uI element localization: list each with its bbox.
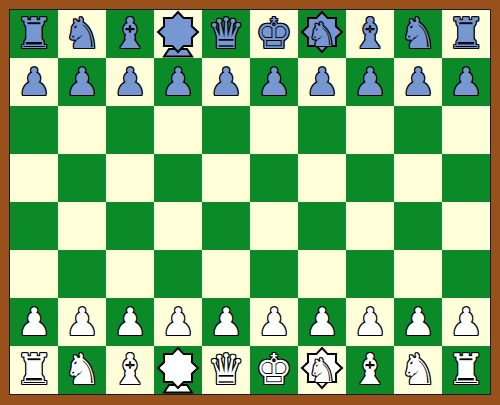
piece-white-pawn[interactable]: ♟ [202, 298, 250, 346]
piece-white-pawn[interactable]: ♟ [154, 298, 202, 346]
piece-white-star-rosette[interactable] [154, 346, 202, 394]
pawn-glyph: ♟ [353, 63, 387, 101]
piece-blue-rook[interactable]: ♜ [10, 10, 58, 58]
square-i1[interactable]: ♞ [394, 346, 442, 394]
square-e8[interactable]: ♛ [202, 10, 250, 58]
square-a7[interactable]: ♟ [10, 58, 58, 106]
chess-board: ♜♞♝♛♚♞♝♞♜♟♟♟♟♟♟♟♟♟♟♟♟♟♟♟♟♟♟♟♟♜♞♝♛♚♞♝♞♜ [10, 10, 490, 394]
rook-glyph: ♜ [15, 13, 53, 55]
square-a4[interactable] [10, 202, 58, 250]
pawn-glyph: ♟ [65, 63, 99, 101]
bishop-glyph: ♝ [111, 349, 149, 391]
square-h1[interactable]: ♝ [346, 346, 394, 394]
square-c7[interactable]: ♟ [106, 58, 154, 106]
square-b5[interactable] [58, 154, 106, 202]
square-d2[interactable]: ♟ [154, 298, 202, 346]
piece-white-pawn[interactable]: ♟ [298, 298, 346, 346]
square-f5[interactable] [250, 154, 298, 202]
square-g5[interactable] [298, 154, 346, 202]
piece-white-bishop[interactable]: ♝ [106, 346, 154, 394]
piece-white-pawn[interactable]: ♟ [10, 298, 58, 346]
piece-white-rook[interactable]: ♜ [442, 346, 490, 394]
piece-blue-pawn[interactable]: ♟ [10, 58, 58, 106]
pawn-glyph: ♟ [161, 303, 195, 341]
square-j7[interactable]: ♟ [442, 58, 490, 106]
knight-glyph: ♞ [399, 349, 437, 391]
piece-white-pawn[interactable]: ♟ [106, 298, 154, 346]
square-j5[interactable] [442, 154, 490, 202]
piece-white-knight[interactable]: ♞ [394, 346, 442, 394]
pawn-glyph: ♟ [305, 303, 339, 341]
square-a6[interactable] [10, 106, 58, 154]
square-h8[interactable]: ♝ [346, 10, 394, 58]
rook-glyph: ♜ [447, 349, 485, 391]
square-g1[interactable]: ♞ [298, 346, 346, 394]
square-f4[interactable] [250, 202, 298, 250]
rook-glyph: ♜ [447, 13, 485, 55]
square-j2[interactable]: ♟ [442, 298, 490, 346]
pawn-glyph: ♟ [449, 63, 483, 101]
pawn-glyph: ♟ [449, 303, 483, 341]
pawn-glyph: ♟ [209, 63, 243, 101]
square-e3[interactable] [202, 250, 250, 298]
square-h5[interactable] [346, 154, 394, 202]
square-j3[interactable] [442, 250, 490, 298]
square-i2[interactable]: ♟ [394, 298, 442, 346]
bishop-glyph: ♝ [351, 349, 389, 391]
queen-glyph: ♛ [207, 349, 245, 391]
square-h4[interactable] [346, 202, 394, 250]
square-c5[interactable] [106, 154, 154, 202]
knight-overlay-glyph: ♞ [298, 10, 346, 58]
pawn-glyph: ♟ [113, 63, 147, 101]
square-f6[interactable] [250, 106, 298, 154]
piece-white-pawn[interactable]: ♟ [442, 298, 490, 346]
square-f8[interactable]: ♚ [250, 10, 298, 58]
square-a8[interactable]: ♜ [10, 10, 58, 58]
pawn-glyph: ♟ [17, 63, 51, 101]
piece-blue-bishop[interactable]: ♝ [106, 10, 154, 58]
square-b2[interactable]: ♟ [58, 298, 106, 346]
piece-blue-rook[interactable]: ♜ [442, 10, 490, 58]
piece-blue-pawn[interactable]: ♟ [58, 58, 106, 106]
square-j4[interactable] [442, 202, 490, 250]
square-d6[interactable] [154, 106, 202, 154]
square-d5[interactable] [154, 154, 202, 202]
piece-blue-pawn[interactable]: ♟ [106, 58, 154, 106]
square-h6[interactable] [346, 106, 394, 154]
rook-glyph: ♜ [15, 349, 53, 391]
pawn-glyph: ♟ [401, 303, 435, 341]
piece-blue-pawn[interactable]: ♟ [250, 58, 298, 106]
queen-glyph: ♛ [207, 13, 245, 55]
square-b4[interactable] [58, 202, 106, 250]
square-i6[interactable] [394, 106, 442, 154]
square-g7[interactable]: ♟ [298, 58, 346, 106]
pawn-glyph: ♟ [257, 303, 291, 341]
board-frame: ♜♞♝♛♚♞♝♞♜♟♟♟♟♟♟♟♟♟♟♟♟♟♟♟♟♟♟♟♟♜♞♝♛♚♞♝♞♜ [0, 0, 500, 405]
piece-blue-bishop[interactable]: ♝ [346, 10, 394, 58]
square-e7[interactable]: ♟ [202, 58, 250, 106]
square-a2[interactable]: ♟ [10, 298, 58, 346]
pawn-glyph: ♟ [401, 63, 435, 101]
square-j8[interactable]: ♜ [442, 10, 490, 58]
knight-glyph: ♞ [399, 13, 437, 55]
square-a1[interactable]: ♜ [10, 346, 58, 394]
square-i7[interactable]: ♟ [394, 58, 442, 106]
square-j6[interactable] [442, 106, 490, 154]
piece-blue-knight[interactable]: ♞ [394, 10, 442, 58]
piece-blue-king[interactable]: ♚ [250, 10, 298, 58]
square-f2[interactable]: ♟ [250, 298, 298, 346]
square-e2[interactable]: ♟ [202, 298, 250, 346]
square-b6[interactable] [58, 106, 106, 154]
square-e5[interactable] [202, 154, 250, 202]
bishop-glyph: ♝ [351, 13, 389, 55]
square-h3[interactable] [346, 250, 394, 298]
square-a5[interactable] [10, 154, 58, 202]
piece-blue-knight[interactable]: ♞ [58, 10, 106, 58]
square-c2[interactable]: ♟ [106, 298, 154, 346]
piece-blue-pawn[interactable]: ♟ [394, 58, 442, 106]
square-g8[interactable]: ♞ [298, 10, 346, 58]
knight-overlay-glyph: ♞ [298, 346, 346, 394]
pawn-glyph: ♟ [113, 303, 147, 341]
square-d7[interactable]: ♟ [154, 58, 202, 106]
square-d3[interactable] [154, 250, 202, 298]
square-c1[interactable]: ♝ [106, 346, 154, 394]
square-f7[interactable]: ♟ [250, 58, 298, 106]
square-e1[interactable]: ♛ [202, 346, 250, 394]
piece-white-rook[interactable]: ♜ [10, 346, 58, 394]
king-glyph: ♚ [255, 13, 293, 55]
square-b1[interactable]: ♞ [58, 346, 106, 394]
piece-blue-pawn[interactable]: ♟ [346, 58, 394, 106]
square-g6[interactable] [298, 106, 346, 154]
piece-white-king[interactable]: ♚ [250, 346, 298, 394]
square-c6[interactable] [106, 106, 154, 154]
square-g4[interactable] [298, 202, 346, 250]
knight-glyph: ♞ [63, 349, 101, 391]
knight-glyph: ♞ [63, 13, 101, 55]
square-b3[interactable] [58, 250, 106, 298]
pawn-glyph: ♟ [65, 303, 99, 341]
square-h7[interactable]: ♟ [346, 58, 394, 106]
square-h2[interactable]: ♟ [346, 298, 394, 346]
piece-blue-queen[interactable]: ♛ [202, 10, 250, 58]
square-c3[interactable] [106, 250, 154, 298]
square-f3[interactable] [250, 250, 298, 298]
piece-white-bishop[interactable]: ♝ [346, 346, 394, 394]
pawn-glyph: ♟ [353, 303, 387, 341]
piece-blue-pawn[interactable]: ♟ [154, 58, 202, 106]
pawn-glyph: ♟ [209, 303, 243, 341]
piece-white-queen[interactable]: ♛ [202, 346, 250, 394]
pawn-glyph: ♟ [305, 63, 339, 101]
pawn-glyph: ♟ [257, 63, 291, 101]
square-g2[interactable]: ♟ [298, 298, 346, 346]
square-b7[interactable]: ♟ [58, 58, 106, 106]
piece-white-knight[interactable]: ♞ [58, 346, 106, 394]
square-d4[interactable] [154, 202, 202, 250]
square-c4[interactable] [106, 202, 154, 250]
piece-blue-pawn[interactable]: ♟ [442, 58, 490, 106]
square-a3[interactable] [10, 250, 58, 298]
square-d8[interactable] [154, 10, 202, 58]
square-b8[interactable]: ♞ [58, 10, 106, 58]
bishop-glyph: ♝ [111, 13, 149, 55]
square-i4[interactable] [394, 202, 442, 250]
piece-blue-pawn[interactable]: ♟ [202, 58, 250, 106]
piece-white-pawn[interactable]: ♟ [58, 298, 106, 346]
square-i5[interactable] [394, 154, 442, 202]
pawn-glyph: ♟ [17, 303, 51, 341]
square-i3[interactable] [394, 250, 442, 298]
piece-white-pawn[interactable]: ♟ [346, 298, 394, 346]
square-c8[interactable]: ♝ [106, 10, 154, 58]
square-g3[interactable] [298, 250, 346, 298]
piece-white-pawn[interactable]: ♟ [394, 298, 442, 346]
square-f1[interactable]: ♚ [250, 346, 298, 394]
king-glyph: ♚ [255, 349, 293, 391]
piece-blue-star-rosette[interactable] [154, 10, 202, 58]
piece-blue-crowned-knight[interactable]: ♞ [298, 10, 346, 58]
piece-white-crowned-knight[interactable]: ♞ [298, 346, 346, 394]
square-d1[interactable] [154, 346, 202, 394]
piece-blue-pawn[interactable]: ♟ [298, 58, 346, 106]
pawn-glyph: ♟ [161, 63, 195, 101]
square-e4[interactable] [202, 202, 250, 250]
piece-white-pawn[interactable]: ♟ [250, 298, 298, 346]
square-j1[interactable]: ♜ [442, 346, 490, 394]
square-e6[interactable] [202, 106, 250, 154]
square-i8[interactable]: ♞ [394, 10, 442, 58]
